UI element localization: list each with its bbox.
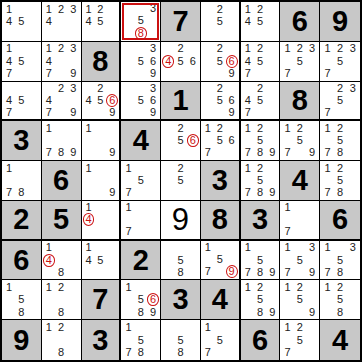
candidate-grid: 13579	[281, 242, 318, 279]
candidate-9: 9	[106, 107, 118, 118]
cell-r1c7[interactable]: 1245	[241, 2, 281, 42]
candidate-5: 5	[214, 135, 226, 147]
candidate-2: 2	[55, 3, 67, 15]
candidate-7: 7	[242, 67, 254, 79]
cell-r4c4[interactable]: 4	[121, 121, 161, 161]
candidate-3	[187, 43, 199, 55]
candidate-9	[346, 306, 359, 318]
candidate-6	[266, 15, 278, 27]
candidate-grid: 1258	[321, 281, 359, 318]
candidate-5: 5	[15, 294, 27, 306]
candidate-8	[334, 106, 347, 118]
candidate-4	[122, 293, 134, 306]
candidate-9: 9	[106, 187, 118, 199]
cell-r5c8[interactable]: 4	[280, 161, 320, 201]
candidate-5: 5	[214, 334, 226, 347]
candidate-1: 1	[3, 43, 15, 55]
candidate-3	[346, 122, 359, 134]
cell-r8c6[interactable]: 4	[201, 280, 241, 320]
candidate-6	[226, 334, 238, 347]
candidate-4	[43, 135, 55, 147]
candidate-4	[321, 294, 334, 306]
candidate-5	[55, 55, 67, 67]
cell-r3c3[interactable]: 24569	[82, 82, 122, 122]
candidate-5	[55, 294, 67, 306]
cell-value: 2	[13, 205, 29, 234]
candidate-9: 9	[226, 68, 238, 80]
cell-r9c9[interactable]: 4	[320, 320, 360, 360]
candidate-9	[306, 226, 318, 238]
cell-r6c6[interactable]: 8	[201, 201, 241, 241]
cell-value: 8	[92, 47, 108, 76]
candidate-9: 9	[147, 67, 159, 79]
candidate-1: 1	[122, 281, 134, 293]
candidate-9: 9	[226, 106, 238, 118]
candidate-1	[162, 162, 174, 174]
candidate-grid: 145	[3, 3, 40, 40]
candidate-3	[306, 281, 318, 293]
candidate-grid: 58	[162, 321, 199, 359]
candidate-4: 4	[162, 55, 174, 68]
candidate-6	[306, 254, 318, 266]
candidate-3	[226, 321, 238, 334]
cell-value: 3	[172, 285, 188, 314]
candidate-5: 5	[135, 55, 147, 67]
candidate-5: 5	[94, 15, 106, 27]
candidate-5: 5	[174, 334, 186, 347]
candidate-9	[346, 106, 359, 118]
candidate-8	[214, 147, 226, 159]
candidate-8	[15, 28, 27, 40]
candidate-1: 1	[83, 162, 95, 174]
candidate-9	[187, 68, 199, 80]
candidate-7: 7	[3, 106, 15, 118]
candidate-7	[202, 68, 214, 80]
candidate-4	[202, 55, 214, 68]
cell-r2c2[interactable]: 123479	[42, 42, 82, 82]
cell-value: 8	[292, 86, 308, 115]
cell-r2c5[interactable]: 2456	[161, 42, 201, 82]
candidate-7	[242, 28, 254, 40]
cell-r3c4[interactable]: 3569	[121, 82, 161, 122]
cell-r1c5[interactable]: 7	[161, 2, 201, 42]
candidate-4	[202, 254, 214, 266]
candidate-9	[187, 266, 199, 278]
candidate-2: 2	[55, 321, 67, 334]
candidate-9	[346, 147, 359, 159]
candidate-1	[202, 83, 214, 95]
cell-r3c7[interactable]: 2457	[241, 82, 281, 122]
cell-r7c1[interactable]: 6	[2, 241, 42, 281]
cell-value: 6	[252, 326, 268, 355]
candidate-2: 2	[254, 83, 266, 95]
cell-r2c7[interactable]: 12457	[241, 42, 281, 82]
candidate-8	[294, 346, 306, 359]
candidate-6	[28, 174, 40, 186]
candidate-1: 1	[83, 202, 95, 213]
cell-r4c8[interactable]: 12579	[280, 121, 320, 161]
candidate-7	[3, 28, 15, 40]
candidate-9	[266, 28, 278, 40]
candidate-7: 7	[321, 147, 334, 159]
candidate-9: 9	[67, 67, 79, 79]
candidate-9	[67, 306, 79, 318]
cell-r6c3[interactable]: 14	[82, 201, 122, 241]
cell-r8c9[interactable]: 1258	[320, 280, 360, 320]
cell-r1c2[interactable]: 1234	[42, 2, 82, 42]
candidate-8	[174, 68, 186, 80]
candidate-6	[346, 254, 359, 266]
candidate-9	[346, 187, 359, 199]
cell-r6c5[interactable]: 9	[161, 201, 201, 241]
candidate-7	[162, 266, 174, 278]
candidate-9	[28, 187, 40, 199]
cell-r7c5[interactable]: 58	[161, 241, 201, 281]
candidate-4	[281, 294, 293, 306]
candidate-1	[3, 83, 15, 95]
candidate-grid: 14	[83, 202, 119, 238]
candidate-6: 6	[226, 55, 238, 68]
cell-r2c4[interactable]: 3569	[121, 42, 161, 82]
cell-r7c9[interactable]: 13578	[320, 241, 360, 281]
candidate-grid: 19	[83, 162, 119, 199]
cell-r8c5[interactable]: 3	[161, 280, 201, 320]
candidate-2	[214, 242, 226, 254]
candidate-4	[122, 334, 134, 347]
cell-r8c4[interactable]: 15689	[121, 280, 161, 320]
cell-r6c7[interactable]: 3	[241, 201, 281, 241]
candidate-3	[226, 83, 238, 95]
candidate-6	[106, 15, 118, 27]
candidate-5: 5	[135, 334, 147, 347]
cell-value: 1	[172, 86, 188, 115]
cell-r4c1[interactable]: 3	[2, 121, 42, 161]
candidate-5: 5	[334, 294, 347, 306]
candidate-4: 4	[43, 254, 55, 267]
candidate-2	[135, 3, 147, 15]
cell-r5c1[interactable]: 178	[2, 161, 42, 201]
candidate-2	[254, 242, 266, 254]
candidate-2: 2	[214, 43, 226, 55]
candidate-3	[266, 122, 278, 134]
candidate-1	[162, 242, 174, 254]
candidate-3	[28, 3, 40, 15]
candidate-grid: 2357	[321, 83, 359, 119]
candidate-grid: 1245	[83, 3, 119, 40]
candidate-8	[55, 28, 67, 40]
candidate-7	[43, 306, 55, 318]
cell-r1c9[interactable]: 9	[320, 2, 360, 42]
candidate-grid: 19	[83, 122, 119, 159]
candidate-6	[67, 15, 79, 27]
cell-r8c3[interactable]: 7	[82, 280, 122, 320]
candidate-4: 4	[83, 94, 95, 107]
candidate-5: 5	[15, 55, 27, 67]
candidate-2: 2	[174, 122, 186, 134]
cell-r5c4[interactable]: 157	[121, 161, 161, 201]
candidate-5: 5	[174, 174, 186, 186]
candidate-7: 7	[281, 226, 293, 238]
candidate-8: 8	[15, 306, 27, 318]
candidate-8: 8	[55, 306, 67, 318]
candidate-8: 8	[334, 187, 347, 199]
cell-r9c3[interactable]: 3	[82, 320, 122, 360]
candidate-1: 1	[321, 162, 334, 174]
candidate-7	[162, 147, 174, 159]
candidate-1	[242, 83, 254, 95]
candidate-6	[106, 174, 118, 186]
candidate-8	[94, 187, 106, 199]
candidate-5: 5	[15, 94, 27, 106]
candidate-grid: 25	[202, 3, 238, 40]
candidate-grid: 23479	[43, 83, 80, 119]
cell-r3c2[interactable]: 23479	[42, 82, 82, 122]
cell-r5c9[interactable]: 12578	[320, 161, 360, 201]
candidate-9	[226, 28, 238, 40]
cell-r6c2[interactable]: 5	[42, 201, 82, 241]
candidate-8	[294, 306, 306, 318]
cell-r9c8[interactable]: 1257	[280, 320, 320, 360]
candidate-2: 2	[294, 122, 306, 134]
cell-r1c8[interactable]: 6	[280, 2, 320, 42]
candidate-2	[55, 242, 67, 254]
candidate-3: 3	[147, 83, 159, 95]
candidate-7	[202, 28, 214, 40]
candidate-5	[94, 135, 106, 147]
candidate-3: 3	[346, 242, 359, 254]
candidate-9	[306, 346, 318, 359]
cell-r2c6[interactable]: 2569	[201, 42, 241, 82]
candidate-2	[294, 242, 306, 254]
cell-r8c7[interactable]: 12589	[241, 280, 281, 320]
cell-r9c4[interactable]: 1578	[121, 320, 161, 360]
candidate-6	[266, 254, 278, 266]
candidate-4: 4	[242, 15, 254, 27]
candidate-4	[122, 94, 134, 106]
candidate-2: 2	[254, 162, 266, 174]
cell-r6c9[interactable]: 6	[320, 201, 360, 241]
candidate-2: 2	[254, 281, 266, 293]
cell-r3c5[interactable]: 1	[161, 82, 201, 122]
candidate-3	[147, 162, 159, 174]
candidate-8: 8	[334, 147, 347, 159]
candidate-grid: 2569	[202, 83, 238, 119]
cell-r4c5[interactable]: 256	[161, 121, 201, 161]
candidate-7	[83, 147, 95, 159]
candidate-4: 4	[3, 15, 15, 27]
candidate-5: 5	[254, 55, 266, 67]
cell-r8c1[interactable]: 158	[2, 280, 42, 320]
cell-r2c1[interactable]: 1457	[2, 42, 42, 82]
candidate-6	[346, 135, 359, 147]
candidate-1	[122, 3, 134, 15]
candidate-6	[147, 15, 159, 27]
candidate-2	[15, 162, 27, 174]
cell-r9c1[interactable]: 9	[2, 320, 42, 360]
candidate-6	[67, 55, 79, 67]
candidate-grid: 15789	[242, 242, 279, 279]
candidate-2: 2	[294, 43, 306, 55]
candidate-4	[202, 15, 214, 27]
candidate-5: 5	[135, 293, 147, 306]
candidate-6	[67, 294, 79, 306]
cell-r3c9[interactable]: 2357	[320, 82, 360, 122]
candidate-8	[294, 226, 306, 238]
cell-r5c5[interactable]: 25	[161, 161, 201, 201]
candidate-grid: 178	[3, 162, 40, 199]
candidate-1: 1	[281, 281, 293, 293]
candidate-2	[15, 281, 27, 293]
cell-r1c4[interactable]: 358	[121, 2, 161, 42]
candidate-1: 1	[3, 281, 15, 293]
candidate-3	[266, 162, 278, 174]
cell-r6c4[interactable]: 17	[121, 201, 161, 241]
cell-r9c5[interactable]: 58	[161, 320, 201, 360]
candidate-1: 1	[43, 321, 55, 334]
candidate-6: 6	[147, 293, 159, 306]
cell-r3c6[interactable]: 2569	[201, 82, 241, 122]
cell-r9c7[interactable]: 6	[241, 320, 281, 360]
cell-r5c3[interactable]: 19	[82, 161, 122, 201]
cell-r2c3[interactable]: 8	[82, 42, 122, 82]
candidate-3: 3	[306, 242, 318, 254]
cell-r3c8[interactable]: 8	[280, 82, 320, 122]
candidate-5: 5	[135, 15, 147, 27]
candidate-4: 4	[43, 15, 55, 27]
candidate-5	[55, 334, 67, 347]
candidate-3	[147, 202, 159, 214]
candidate-4	[202, 135, 214, 147]
candidate-grid: 15689	[122, 281, 159, 318]
candidate-4	[321, 94, 334, 106]
cell-r4c2[interactable]: 1789	[42, 121, 82, 161]
cell-r5c2[interactable]: 6	[42, 161, 82, 201]
candidate-grid: 3569	[122, 43, 159, 80]
cell-value: 3	[92, 326, 108, 355]
candidate-1: 1	[242, 43, 254, 55]
cell-r9c2[interactable]: 128	[42, 320, 82, 360]
cell-r7c7[interactable]: 15789	[241, 241, 281, 281]
cell-r6c1[interactable]: 2	[2, 201, 42, 241]
candidate-3	[187, 162, 199, 174]
cell-r6c8[interactable]: 17	[280, 201, 320, 241]
candidate-3	[346, 162, 359, 174]
candidate-8	[254, 67, 266, 79]
candidate-8	[94, 147, 106, 159]
candidate-6: 6	[147, 55, 159, 67]
candidate-9	[187, 187, 199, 199]
cell-r1c6[interactable]: 25	[201, 2, 241, 42]
candidate-9	[147, 346, 159, 359]
candidate-grid: 1259	[281, 281, 318, 318]
cell-r8c2[interactable]: 128	[42, 280, 82, 320]
cell-r7c6[interactable]: 1579	[201, 241, 241, 281]
candidate-2: 2	[55, 281, 67, 293]
candidate-2: 2	[254, 43, 266, 55]
candidate-2	[174, 242, 186, 254]
cell-r7c4[interactable]: 2	[121, 241, 161, 281]
cell-r9c6[interactable]: 157	[201, 320, 241, 360]
candidate-5	[294, 214, 306, 226]
candidate-7: 7	[202, 147, 214, 159]
candidate-grid: 125789	[242, 122, 279, 159]
candidate-grid: 12578	[321, 162, 359, 199]
candidate-1	[43, 83, 55, 95]
candidate-9	[28, 28, 40, 40]
candidate-8: 8	[15, 187, 27, 199]
candidate-4	[122, 15, 134, 27]
cell-r4c7[interactable]: 125789	[241, 121, 281, 161]
candidate-3	[106, 202, 118, 213]
candidate-4: 4	[43, 55, 55, 67]
candidate-7: 7	[281, 67, 293, 79]
candidate-3	[28, 43, 40, 55]
candidate-1	[122, 83, 134, 95]
candidate-2: 2	[174, 162, 186, 174]
candidate-5: 5	[15, 15, 27, 27]
candidate-5: 5	[294, 135, 306, 147]
candidate-7	[162, 187, 174, 199]
candidate-3	[147, 321, 159, 334]
candidate-6	[67, 254, 79, 267]
cell-r2c9[interactable]: 12357	[320, 42, 360, 82]
cell-r2c8[interactable]: 12357	[280, 42, 320, 82]
candidate-5: 5	[174, 254, 186, 266]
cell-r7c8[interactable]: 13579	[280, 241, 320, 281]
candidate-9	[28, 106, 40, 118]
candidate-9	[226, 346, 238, 359]
cell-r4c6[interactable]: 12567	[201, 121, 241, 161]
cell-value: 4	[212, 285, 228, 314]
candidate-7	[162, 68, 174, 80]
candidate-3	[147, 281, 159, 293]
candidate-3	[306, 321, 318, 334]
candidate-2	[55, 122, 67, 134]
candidate-6	[28, 55, 40, 67]
candidate-2	[135, 281, 147, 293]
candidate-8	[214, 68, 226, 80]
cell-r5c7[interactable]: 125789	[241, 161, 281, 201]
candidate-grid: 157	[202, 321, 238, 359]
candidate-9: 9	[306, 306, 318, 318]
candidate-3: 3	[147, 43, 159, 55]
candidate-1: 1	[321, 43, 334, 55]
cell-r1c1[interactable]: 145	[2, 2, 42, 42]
candidate-2	[135, 321, 147, 334]
candidate-5: 5	[135, 94, 147, 106]
candidate-1: 1	[281, 202, 293, 214]
cell-r8c8[interactable]: 1259	[280, 280, 320, 320]
candidate-1	[122, 43, 134, 55]
candidate-8: 8	[254, 306, 266, 318]
cell-r7c3[interactable]: 145	[82, 241, 122, 281]
candidate-7	[122, 67, 134, 79]
cell-r7c2[interactable]: 148	[42, 241, 82, 281]
candidate-8: 8	[334, 266, 347, 278]
candidate-7	[83, 266, 95, 278]
cell-r4c3[interactable]: 19	[82, 121, 122, 161]
cell-r5c6[interactable]: 3	[201, 161, 241, 201]
candidate-8: 8	[334, 306, 347, 318]
candidate-5: 5	[94, 94, 106, 107]
cell-r3c1[interactable]: 457	[2, 82, 42, 122]
cell-value: 3	[252, 205, 268, 234]
cell-r1c3[interactable]: 1245	[82, 2, 122, 42]
candidate-grid: 1578	[122, 321, 159, 359]
candidate-grid: 3569	[122, 83, 159, 119]
cell-r4c9[interactable]: 12578	[320, 121, 360, 161]
candidate-7: 7	[43, 67, 55, 79]
